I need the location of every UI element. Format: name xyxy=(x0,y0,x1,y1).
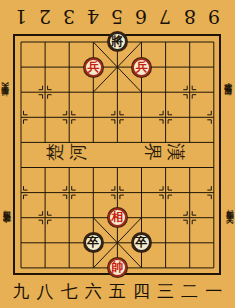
piece-black-soldier-left[interactable]: 卒 xyxy=(84,233,103,252)
file-label-bottom-8: 八 xyxy=(33,279,57,303)
file-label-bottom-9: 九 xyxy=(9,279,33,303)
square-f5-r1: 將 xyxy=(105,29,129,54)
bottom-file-labels: 九 八 七 六 五 四 三 二 一 xyxy=(9,279,226,303)
file-label-bottom-4: 四 xyxy=(129,279,153,303)
square-f5-r10: 帥 xyxy=(105,255,129,280)
file-label-bottom-2: 二 xyxy=(178,279,202,303)
square-f4-r9: 卒 xyxy=(81,230,105,255)
piece-red-general[interactable]: 帥 xyxy=(108,258,127,277)
file-label-bottom-1: 一 xyxy=(202,279,226,303)
file-label-bottom-3: 三 xyxy=(153,279,177,303)
piece-black-general[interactable]: 將 xyxy=(108,32,127,51)
xiangqi-board: 1 2 3 4 5 6 7 8 9 楚 河 界 漢 起手無回大丈夫 觀棋不語真君… xyxy=(0,0,235,308)
piece-black-soldier-right[interactable]: 卒 xyxy=(132,233,151,252)
pieces-grid[interactable]: 將兵兵相卒卒帥 xyxy=(9,29,226,280)
file-label-bottom-6: 六 xyxy=(81,279,105,303)
square-f6-r2: 兵 xyxy=(129,54,153,79)
file-label-bottom-7: 七 xyxy=(57,279,81,303)
piece-red-soldier-right[interactable]: 兵 xyxy=(132,58,151,77)
file-label-bottom-5: 五 xyxy=(105,279,129,303)
piece-red-soldier-left[interactable]: 兵 xyxy=(84,58,103,77)
piece-red-elephant[interactable]: 相 xyxy=(108,208,127,227)
square-f6-r9: 卒 xyxy=(129,230,153,255)
square-f4-r2: 兵 xyxy=(81,54,105,79)
square-f5-r8: 相 xyxy=(105,205,129,230)
